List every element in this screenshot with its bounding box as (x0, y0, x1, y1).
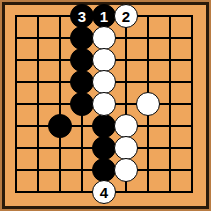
white-stone[interactable] (92, 92, 116, 116)
black-stone[interactable] (92, 136, 116, 160)
black-stone[interactable] (70, 70, 94, 94)
white-stone[interactable] (92, 26, 116, 50)
grid-line-vertical (169, 15, 171, 193)
go-board: 3124 (0, 0, 211, 211)
black-stone-move-1[interactable]: 1 (92, 4, 116, 28)
white-stone[interactable] (114, 136, 138, 160)
black-stone[interactable] (70, 26, 94, 50)
white-stone-move-4[interactable]: 4 (92, 180, 116, 204)
black-stone[interactable] (70, 92, 94, 116)
move-number-label: 1 (100, 9, 108, 24)
white-stone-move-2[interactable]: 2 (114, 4, 138, 28)
black-stone[interactable] (70, 48, 94, 72)
black-stone-move-3[interactable]: 3 (70, 4, 94, 28)
white-stone[interactable] (114, 114, 138, 138)
move-number-label: 2 (122, 9, 130, 24)
move-number-label: 4 (100, 185, 108, 200)
white-stone[interactable] (136, 92, 160, 116)
white-stone[interactable] (114, 158, 138, 182)
white-stone[interactable] (92, 70, 116, 94)
black-stone[interactable] (48, 114, 72, 138)
move-number-label: 3 (78, 9, 86, 24)
black-stone[interactable] (92, 158, 116, 182)
grid-line-vertical (191, 15, 193, 193)
white-stone[interactable] (92, 48, 116, 72)
black-stone[interactable] (92, 114, 116, 138)
